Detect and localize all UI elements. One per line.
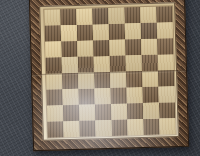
- square-b6: [61, 41, 77, 57]
- square-b5: [62, 57, 78, 73]
- square-f8: [124, 7, 140, 23]
- square-c4: [78, 72, 94, 88]
- square-g1: [143, 119, 159, 135]
- square-f5: [126, 55, 142, 71]
- square-a3: [46, 89, 62, 105]
- square-g4: [142, 71, 158, 87]
- square-b3: [62, 89, 78, 105]
- square-e3: [110, 88, 126, 104]
- square-g6: [141, 39, 157, 55]
- square-a7: [45, 25, 61, 41]
- square-d7: [93, 24, 109, 40]
- square-g5: [142, 55, 158, 71]
- square-e5: [110, 56, 126, 72]
- square-d5: [94, 56, 110, 72]
- square-h8: [156, 6, 172, 22]
- square-h7: [157, 22, 173, 38]
- square-h5: [158, 54, 174, 70]
- square-d8: [92, 8, 108, 24]
- square-g3: [142, 87, 158, 103]
- square-c8: [76, 8, 92, 24]
- square-f7: [125, 23, 141, 39]
- square-f4: [126, 71, 142, 87]
- square-f6: [125, 39, 141, 55]
- square-f2: [127, 103, 143, 119]
- board-margin: [39, 2, 179, 141]
- square-h4: [158, 70, 174, 86]
- square-e1: [111, 120, 127, 136]
- square-b8: [60, 9, 76, 25]
- square-a2: [47, 105, 63, 121]
- chessboard: [29, 0, 189, 151]
- square-c6: [77, 40, 93, 56]
- square-b1: [63, 121, 79, 137]
- square-d2: [95, 104, 111, 120]
- square-d1: [95, 120, 111, 136]
- square-d6: [93, 40, 109, 56]
- square-g2: [143, 103, 159, 119]
- board-grid: [44, 6, 176, 138]
- square-f1: [127, 119, 143, 135]
- square-h2: [159, 102, 175, 118]
- square-a1: [47, 121, 63, 137]
- square-a5: [46, 57, 62, 73]
- square-d3: [94, 88, 110, 104]
- square-b2: [63, 105, 79, 121]
- square-e7: [109, 24, 125, 40]
- photo-background: [0, 0, 200, 156]
- square-a8: [44, 9, 60, 25]
- square-c5: [78, 56, 94, 72]
- square-b4: [62, 73, 78, 89]
- square-d4: [94, 72, 110, 88]
- square-h3: [158, 86, 174, 102]
- square-h6: [157, 38, 173, 54]
- square-g7: [141, 23, 157, 39]
- square-a4: [46, 73, 62, 89]
- square-e4: [110, 72, 126, 88]
- square-c1: [79, 120, 95, 136]
- square-e6: [109, 40, 125, 56]
- square-e8: [108, 8, 124, 24]
- square-f3: [126, 87, 142, 103]
- square-c2: [79, 104, 95, 120]
- square-h1: [159, 118, 175, 134]
- square-a6: [45, 41, 61, 57]
- square-e2: [111, 104, 127, 120]
- square-c3: [78, 88, 94, 104]
- square-c7: [77, 24, 93, 40]
- square-b7: [61, 25, 77, 41]
- square-g8: [140, 7, 156, 23]
